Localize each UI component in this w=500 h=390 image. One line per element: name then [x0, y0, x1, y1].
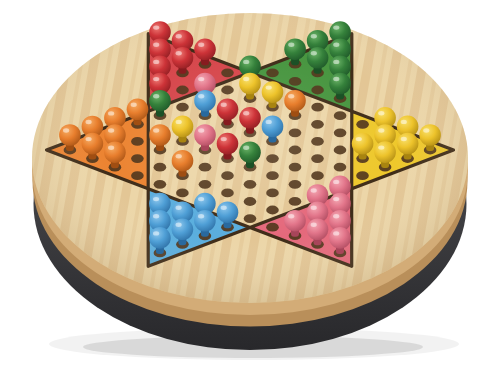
peg-highlight — [288, 43, 294, 47]
peg-ball — [307, 47, 329, 69]
peg-ball — [352, 133, 374, 155]
peg-highlight — [198, 43, 204, 47]
peg-ball — [284, 90, 306, 112]
peg-highlight — [176, 34, 182, 38]
peg-ball — [149, 227, 171, 249]
peg-highlight — [333, 214, 339, 218]
peg-highlight — [198, 94, 204, 98]
peg-highlight — [378, 128, 384, 132]
peg-ball — [127, 99, 149, 121]
peg-highlight — [198, 128, 204, 132]
peg-ball — [239, 141, 261, 163]
peg-highlight — [333, 77, 339, 81]
peg-highlight — [243, 146, 249, 150]
peg-highlight — [311, 34, 317, 38]
peg-ball — [104, 141, 126, 163]
peg-highlight — [243, 111, 249, 115]
peg-highlight — [311, 51, 317, 55]
peg-ball — [329, 227, 351, 249]
peg-highlight — [153, 214, 159, 218]
peg-highlight — [153, 128, 159, 132]
peg-highlight — [153, 60, 159, 64]
product-photo-scene — [0, 0, 500, 390]
peg-highlight — [288, 94, 294, 98]
peg-ball — [194, 124, 216, 146]
peg-highlight — [311, 223, 317, 227]
peg-highlight — [333, 231, 339, 235]
peg-ball — [82, 133, 104, 155]
peg-ball — [172, 150, 194, 172]
peg-highlight — [311, 206, 317, 210]
peg-highlight — [221, 137, 227, 141]
peg-highlight — [333, 60, 339, 64]
peg-ball — [397, 133, 419, 155]
peg-highlight — [176, 223, 182, 227]
peg-highlight — [108, 146, 114, 150]
peg-highlight — [108, 128, 114, 132]
peg-highlight — [356, 137, 362, 141]
peg-highlight — [266, 85, 272, 89]
peg-highlight — [176, 154, 182, 158]
peg-highlight — [131, 103, 137, 107]
peg-highlight — [198, 214, 204, 218]
peg-ball — [239, 73, 261, 95]
peg-highlight — [153, 94, 159, 98]
peg-ball — [172, 116, 194, 138]
peg-ball — [329, 73, 351, 95]
peg-highlight — [153, 231, 159, 235]
peg-highlight — [153, 25, 159, 29]
peg-highlight — [288, 214, 294, 218]
peg-highlight — [176, 206, 182, 210]
peg-highlight — [153, 77, 159, 81]
peg-highlight — [401, 120, 407, 124]
peg-highlight — [86, 137, 92, 141]
peg-highlight — [333, 180, 339, 184]
peg-ball — [374, 141, 396, 163]
peg-highlight — [333, 43, 339, 47]
peg-highlight — [401, 137, 407, 141]
peg-ball — [217, 201, 239, 223]
peg-highlight — [243, 77, 249, 81]
peg-highlight — [333, 197, 339, 201]
peg-highlight — [266, 120, 272, 124]
peg-highlight — [243, 60, 249, 64]
peg-highlight — [153, 43, 159, 47]
peg-highlight — [153, 197, 159, 201]
peg-highlight — [86, 120, 92, 124]
peg-ball — [262, 81, 284, 103]
peg-highlight — [311, 188, 317, 192]
peg-ball — [172, 219, 194, 241]
peg-ball — [194, 39, 216, 61]
peg-highlight — [63, 128, 69, 132]
peg-ball — [149, 90, 171, 112]
peg-ball — [239, 107, 261, 129]
peg-highlight — [221, 206, 227, 210]
peg-highlight — [176, 51, 182, 55]
peg-ball — [217, 99, 239, 121]
peg-ball — [194, 90, 216, 112]
peg-ball — [262, 116, 284, 138]
peg-highlight — [221, 103, 227, 107]
peg-highlight — [378, 145, 384, 149]
peg-ball — [172, 47, 194, 69]
peg-ball — [284, 210, 306, 232]
peg-ball — [284, 38, 306, 60]
peg-highlight — [333, 25, 339, 29]
peg-ball — [149, 124, 171, 146]
peg-highlight — [423, 128, 429, 132]
peg-ball — [217, 133, 239, 155]
peg-highlight — [198, 197, 204, 201]
peg-highlight — [198, 77, 204, 81]
peg-highlight — [108, 111, 114, 115]
peg-ball — [59, 124, 81, 146]
peg-ball — [307, 219, 329, 241]
peg-ball — [194, 210, 216, 232]
peg-highlight — [378, 111, 384, 115]
peg-ball — [419, 124, 441, 146]
chinese-checkers-board — [0, 0, 500, 390]
peg-highlight — [176, 120, 182, 124]
